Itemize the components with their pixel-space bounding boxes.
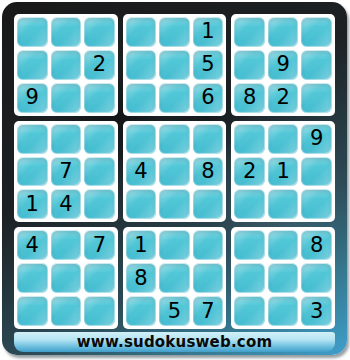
cell-r4c5[interactable]: [159, 124, 190, 154]
cell-r4c4[interactable]: [126, 124, 157, 154]
cell-r7c9: 8: [301, 230, 332, 260]
cell-r7c8[interactable]: [268, 230, 299, 260]
cell-r5c7: 2: [234, 157, 265, 187]
cell-r4c1[interactable]: [17, 124, 48, 154]
site-url[interactable]: www.sudokusweb.com: [77, 333, 272, 351]
box-4: 714: [14, 121, 118, 223]
board-frame: 291569827144892147185783 www.sudokusweb.…: [2, 2, 347, 355]
cell-r7c1: 4: [17, 230, 48, 260]
sudoku-board: 291569827144892147185783: [14, 14, 335, 329]
cell-r8c6[interactable]: [193, 263, 224, 293]
cell-r9c6: 7: [193, 296, 224, 326]
cell-r8c5[interactable]: [159, 263, 190, 293]
cell-r8c1[interactable]: [17, 263, 48, 293]
cell-r7c2[interactable]: [51, 230, 82, 260]
cell-r6c8[interactable]: [268, 189, 299, 219]
cell-r7c6[interactable]: [193, 230, 224, 260]
cell-r7c7[interactable]: [234, 230, 265, 260]
cell-r8c7[interactable]: [234, 263, 265, 293]
cell-r1c9[interactable]: [301, 17, 332, 47]
box-3: 982: [231, 14, 335, 116]
cell-r1c4[interactable]: [126, 17, 157, 47]
cell-r1c8[interactable]: [268, 17, 299, 47]
cell-r5c2: 7: [51, 157, 82, 187]
cell-r3c1: 9: [17, 83, 48, 113]
cell-r3c8: 2: [268, 83, 299, 113]
cell-r5c3[interactable]: [84, 157, 115, 187]
cell-r5c9[interactable]: [301, 157, 332, 187]
cell-r2c5[interactable]: [159, 50, 190, 80]
cell-r7c4: 1: [126, 230, 157, 260]
cell-r8c8[interactable]: [268, 263, 299, 293]
cell-r6c3[interactable]: [84, 189, 115, 219]
cell-r7c5[interactable]: [159, 230, 190, 260]
cell-r6c5[interactable]: [159, 189, 190, 219]
box-2: 156: [123, 14, 227, 116]
box-1: 29: [14, 14, 118, 116]
box-6: 921: [231, 121, 335, 223]
cell-r3c7: 8: [234, 83, 265, 113]
cell-r9c4[interactable]: [126, 296, 157, 326]
cell-r1c1[interactable]: [17, 17, 48, 47]
cell-r9c3[interactable]: [84, 296, 115, 326]
cell-r8c3[interactable]: [84, 263, 115, 293]
box-5: 48: [123, 121, 227, 223]
cell-r3c5[interactable]: [159, 83, 190, 113]
box-7: 47: [14, 227, 118, 329]
cell-r4c9: 9: [301, 124, 332, 154]
cell-r9c5: 5: [159, 296, 190, 326]
cell-r4c2[interactable]: [51, 124, 82, 154]
cell-r9c9: 3: [301, 296, 332, 326]
cell-r1c5[interactable]: [159, 17, 190, 47]
cell-r1c3[interactable]: [84, 17, 115, 47]
cell-r9c8[interactable]: [268, 296, 299, 326]
cell-r6c1: 1: [17, 189, 48, 219]
cell-r5c1[interactable]: [17, 157, 48, 187]
cell-r7c3: 7: [84, 230, 115, 260]
cell-r5c8: 1: [268, 157, 299, 187]
cell-r4c3[interactable]: [84, 124, 115, 154]
cell-r2c2[interactable]: [51, 50, 82, 80]
cell-r9c1[interactable]: [17, 296, 48, 326]
site-footer: www.sudokusweb.com: [14, 332, 335, 352]
cell-r6c9[interactable]: [301, 189, 332, 219]
cell-r1c2[interactable]: [51, 17, 82, 47]
cell-r6c6[interactable]: [193, 189, 224, 219]
cell-r9c2[interactable]: [51, 296, 82, 326]
cell-r4c8[interactable]: [268, 124, 299, 154]
cell-r3c6: 6: [193, 83, 224, 113]
cell-r2c9[interactable]: [301, 50, 332, 80]
cell-r5c6: 8: [193, 157, 224, 187]
cell-r2c8: 9: [268, 50, 299, 80]
cell-r5c5[interactable]: [159, 157, 190, 187]
box-9: 83: [231, 227, 335, 329]
cell-r2c4[interactable]: [126, 50, 157, 80]
cell-r1c7[interactable]: [234, 17, 265, 47]
cell-r1c6: 1: [193, 17, 224, 47]
cell-r2c7[interactable]: [234, 50, 265, 80]
cell-r3c2[interactable]: [51, 83, 82, 113]
cell-r6c2: 4: [51, 189, 82, 219]
box-8: 1857: [123, 227, 227, 329]
cell-r6c4[interactable]: [126, 189, 157, 219]
cell-r6c7[interactable]: [234, 189, 265, 219]
cell-r4c6[interactable]: [193, 124, 224, 154]
cell-r4c7[interactable]: [234, 124, 265, 154]
cell-r3c4[interactable]: [126, 83, 157, 113]
cell-r8c4: 8: [126, 263, 157, 293]
cell-r2c3: 2: [84, 50, 115, 80]
cell-r8c9[interactable]: [301, 263, 332, 293]
cell-r3c9[interactable]: [301, 83, 332, 113]
cell-r5c4: 4: [126, 157, 157, 187]
cell-r8c2[interactable]: [51, 263, 82, 293]
cell-r2c6: 5: [193, 50, 224, 80]
cell-r2c1[interactable]: [17, 50, 48, 80]
cell-r3c3[interactable]: [84, 83, 115, 113]
cell-r9c7[interactable]: [234, 296, 265, 326]
